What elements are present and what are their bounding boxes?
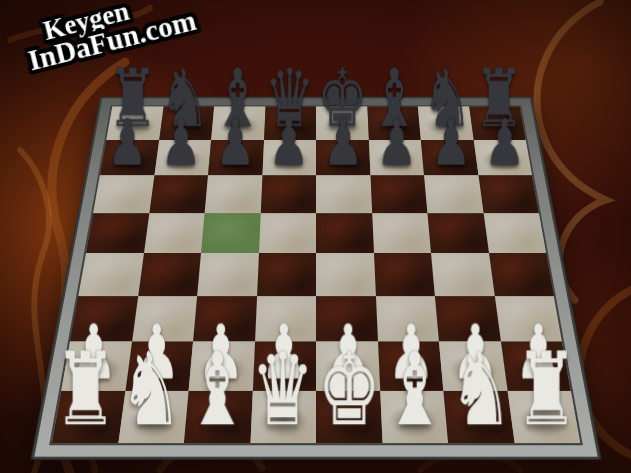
square-h7[interactable]: ♟ xyxy=(473,140,532,175)
square-h1[interactable]: ♜ xyxy=(507,390,580,443)
square-c5[interactable] xyxy=(201,213,260,253)
square-h4[interactable] xyxy=(488,253,553,296)
board-grid: ♜♞♝♛♚♝♞♜♟♟♟♟♟♟♟♟♟♟♟♟♟♟♟♟♜♞♝♛♚♝♞♜ xyxy=(51,106,579,443)
square-b1[interactable]: ♞ xyxy=(117,390,188,443)
square-g4[interactable] xyxy=(431,253,494,296)
piece-white-knight[interactable]: ♞ xyxy=(448,340,512,441)
square-b4[interactable] xyxy=(137,253,200,296)
square-f7[interactable]: ♟ xyxy=(368,140,424,175)
square-e5[interactable] xyxy=(316,213,374,253)
piece-black-pawn[interactable]: ♟ xyxy=(214,110,254,174)
piece-black-pawn[interactable]: ♟ xyxy=(268,110,308,174)
square-e4[interactable] xyxy=(316,253,375,296)
square-d5[interactable] xyxy=(258,213,316,253)
piece-white-bishop[interactable]: ♝ xyxy=(383,340,447,441)
square-b6[interactable] xyxy=(148,175,207,213)
square-h6[interactable] xyxy=(478,175,539,213)
square-f6[interactable] xyxy=(370,175,427,213)
square-a7[interactable]: ♟ xyxy=(99,140,158,175)
square-g1[interactable]: ♞ xyxy=(443,390,514,443)
board-frame: ♜♞♝♛♚♝♞♜♟♟♟♟♟♟♟♟♟♟♟♟♟♟♟♟♜♞♝♛♚♝♞♜ xyxy=(31,97,600,459)
square-g5[interactable] xyxy=(427,213,488,253)
piece-white-knight[interactable]: ♞ xyxy=(119,340,183,441)
piece-white-king[interactable]: ♚ xyxy=(317,340,381,441)
piece-white-rook[interactable]: ♜ xyxy=(53,340,117,441)
square-f5[interactable] xyxy=(371,213,430,253)
piece-black-pawn[interactable]: ♟ xyxy=(160,110,200,174)
piece-white-rook[interactable]: ♜ xyxy=(514,340,578,441)
square-d6[interactable] xyxy=(260,175,316,213)
square-b7[interactable]: ♟ xyxy=(153,140,210,175)
square-d1[interactable]: ♛ xyxy=(249,390,315,443)
square-a5[interactable] xyxy=(86,213,149,253)
piece-black-pawn[interactable]: ♟ xyxy=(107,110,147,174)
piece-white-bishop[interactable]: ♝ xyxy=(185,340,249,441)
square-d4[interactable] xyxy=(256,253,315,296)
square-a1[interactable]: ♜ xyxy=(51,390,124,443)
square-e1[interactable]: ♚ xyxy=(316,390,382,443)
square-e6[interactable] xyxy=(316,175,372,213)
piece-white-queen[interactable]: ♛ xyxy=(251,340,315,441)
square-e7[interactable]: ♟ xyxy=(316,140,370,175)
square-c6[interactable] xyxy=(204,175,261,213)
square-f1[interactable]: ♝ xyxy=(379,390,447,443)
square-c7[interactable]: ♟ xyxy=(207,140,263,175)
piece-black-pawn[interactable]: ♟ xyxy=(322,110,362,174)
square-a6[interactable] xyxy=(93,175,154,213)
square-g7[interactable]: ♟ xyxy=(420,140,477,175)
square-h5[interactable] xyxy=(483,213,546,253)
piece-black-pawn[interactable]: ♟ xyxy=(376,110,416,174)
square-b5[interactable] xyxy=(143,213,204,253)
square-c1[interactable]: ♝ xyxy=(183,390,251,443)
square-a4[interactable] xyxy=(78,253,143,296)
square-g6[interactable] xyxy=(424,175,483,213)
piece-black-pawn[interactable]: ♟ xyxy=(430,110,470,174)
chess-board: ♜♞♝♛♚♝♞♜♟♟♟♟♟♟♟♟♟♟♟♟♟♟♟♟♜♞♝♛♚♝♞♜ xyxy=(31,97,600,459)
piece-black-pawn[interactable]: ♟ xyxy=(484,110,524,174)
square-f4[interactable] xyxy=(373,253,434,296)
square-c4[interactable] xyxy=(197,253,258,296)
square-d7[interactable]: ♟ xyxy=(261,140,315,175)
